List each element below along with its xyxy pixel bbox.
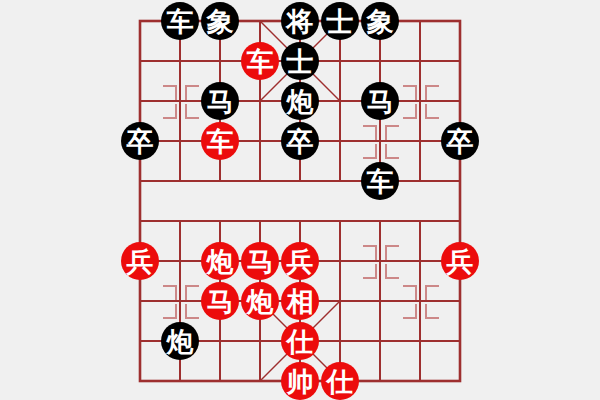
- piece-red-cannon[interactable]: 炮: [201, 242, 239, 280]
- marker-corner: [385, 245, 399, 260]
- piece-red-general[interactable]: 帅: [281, 362, 319, 400]
- marker-corner: [185, 285, 199, 300]
- marker-corner: [363, 125, 377, 140]
- marker-corner: [385, 264, 399, 279]
- marker-corner: [385, 125, 399, 140]
- marker-corner: [425, 285, 439, 300]
- piece-red-soldier[interactable]: 兵: [121, 242, 159, 280]
- piece-red-chariot[interactable]: 车: [241, 42, 279, 80]
- piece-black-cannon[interactable]: 炮: [281, 82, 319, 120]
- marker-corner: [163, 85, 177, 100]
- marker-corner: [363, 144, 377, 159]
- marker-corner: [163, 104, 177, 119]
- piece-black-horse[interactable]: 马: [201, 82, 239, 120]
- piece-red-advisor[interactable]: 仕: [281, 322, 319, 360]
- piece-black-cannon[interactable]: 炮: [161, 322, 199, 360]
- marker-corner: [363, 264, 377, 279]
- marker-corner: [403, 104, 417, 119]
- piece-black-soldier[interactable]: 卒: [441, 122, 479, 160]
- marker-corner: [425, 104, 439, 119]
- piece-black-elephant[interactable]: 象: [201, 2, 239, 40]
- piece-black-chariot[interactable]: 车: [361, 162, 399, 200]
- piece-red-advisor[interactable]: 仕: [321, 362, 359, 400]
- marker-corner: [163, 285, 177, 300]
- piece-red-horse[interactable]: 马: [201, 282, 239, 320]
- marker-corner: [185, 104, 199, 119]
- marker-corner: [185, 85, 199, 100]
- marker-corner: [425, 304, 439, 319]
- piece-black-advisor[interactable]: 士: [321, 2, 359, 40]
- piece-black-elephant[interactable]: 象: [361, 2, 399, 40]
- piece-black-soldier[interactable]: 卒: [281, 122, 319, 160]
- piece-black-horse[interactable]: 马: [361, 82, 399, 120]
- marker-corner: [403, 304, 417, 319]
- piece-black-advisor[interactable]: 士: [281, 42, 319, 80]
- marker-corner: [425, 85, 439, 100]
- marker-corner: [163, 304, 177, 319]
- marker-corner: [385, 144, 399, 159]
- marker-corner: [363, 245, 377, 260]
- piece-red-horse[interactable]: 马: [241, 242, 279, 280]
- piece-red-chariot[interactable]: 车: [201, 122, 239, 160]
- marker-corner: [403, 85, 417, 100]
- xiangqi-board: 车象将士象车士马炮马卒车卒卒车兵炮马兵兵马炮相炮仕帅仕: [0, 0, 600, 400]
- piece-red-soldier[interactable]: 兵: [441, 242, 479, 280]
- piece-red-cannon[interactable]: 炮: [241, 282, 279, 320]
- piece-black-general[interactable]: 将: [281, 2, 319, 40]
- piece-black-soldier[interactable]: 卒: [121, 122, 159, 160]
- piece-red-elephant[interactable]: 相: [281, 282, 319, 320]
- piece-red-soldier[interactable]: 兵: [281, 242, 319, 280]
- piece-black-chariot[interactable]: 车: [161, 2, 199, 40]
- marker-corner: [403, 285, 417, 300]
- marker-corner: [185, 304, 199, 319]
